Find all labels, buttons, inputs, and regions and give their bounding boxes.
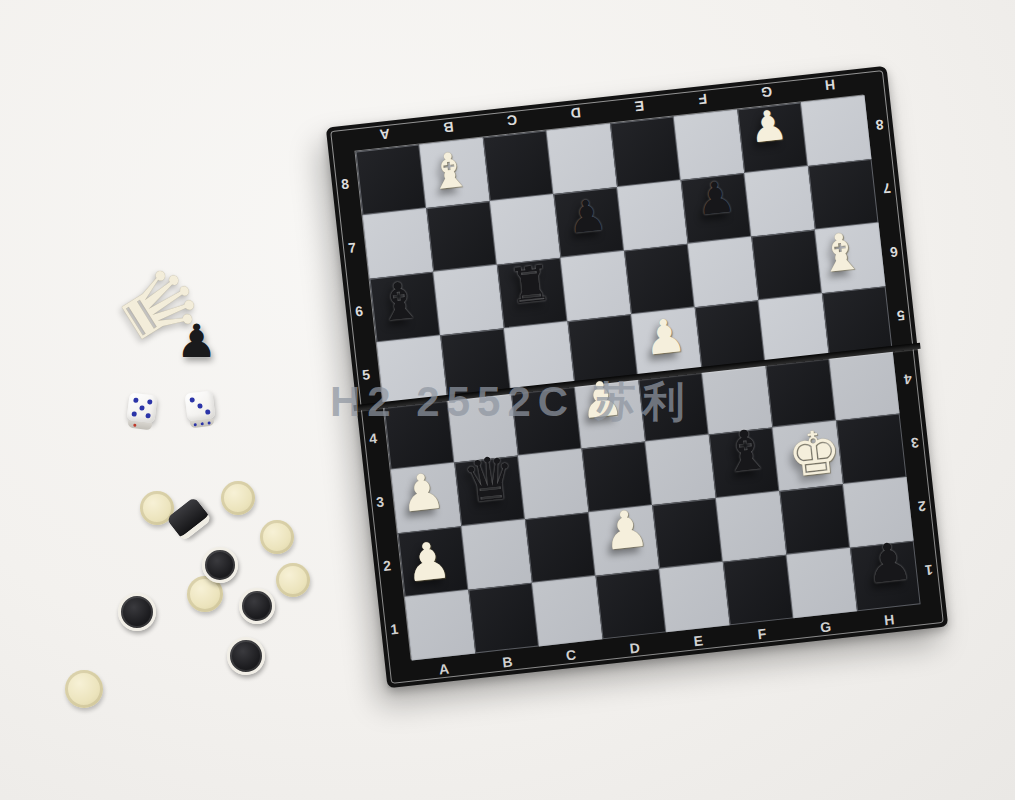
square-c8[interactable] — [483, 130, 554, 201]
square-h8[interactable] — [801, 95, 872, 166]
rank-label-right-5: 5 — [896, 308, 905, 323]
checker-cream-3 — [260, 520, 294, 554]
square-c1[interactable] — [532, 576, 603, 647]
rank-label-left-3: 3 — [376, 495, 385, 510]
piece-white-bishop-h6[interactable]: ♝ — [815, 225, 866, 281]
checker-black-3 — [239, 588, 275, 624]
square-c7[interactable] — [490, 194, 561, 265]
rank-label-right-7: 7 — [882, 181, 891, 196]
die-side-pip — [133, 423, 136, 426]
square-f1[interactable] — [723, 555, 794, 626]
file-label-top-h: H — [824, 78, 836, 93]
rank-label-right-4: 4 — [903, 372, 912, 387]
file-label-top-b: B — [443, 120, 455, 135]
die-pip — [132, 411, 138, 417]
square-c2[interactable] — [525, 512, 596, 583]
checker-cream-2 — [221, 481, 255, 515]
checker-black-1 — [202, 547, 238, 583]
file-label-top-c: C — [506, 113, 518, 128]
die-2-showing-3 — [184, 390, 215, 421]
square-f2[interactable] — [716, 491, 787, 562]
rank-label-left-7: 7 — [347, 240, 356, 255]
offboard-black-pawn: ♟ — [176, 318, 217, 364]
die-pip — [190, 397, 196, 403]
square-b6[interactable] — [433, 265, 504, 336]
rank-label-left-2: 2 — [383, 558, 392, 573]
file-label-bottom-f: F — [757, 626, 767, 641]
rank-label-left-1: 1 — [390, 622, 399, 637]
square-b1[interactable] — [468, 583, 539, 654]
die-pip — [205, 409, 211, 415]
square-a1[interactable] — [405, 590, 476, 661]
piece-white-pawn-a2[interactable]: ♟ — [403, 534, 454, 590]
die-side-face — [128, 420, 153, 430]
piece-black-bishop-f3[interactable]: ♝ — [718, 422, 774, 483]
file-label-bottom-b: B — [502, 654, 514, 669]
square-g1[interactable] — [786, 548, 857, 619]
square-d8[interactable] — [546, 123, 617, 194]
checker-black-2 — [118, 593, 156, 631]
square-h3[interactable] — [836, 413, 907, 484]
piece-white-pawn-a3[interactable]: ♟ — [398, 465, 448, 519]
rank-label-right-2: 2 — [917, 499, 926, 514]
piece-black-pawn-f7[interactable]: ♟ — [694, 175, 738, 223]
square-e1[interactable] — [659, 562, 730, 633]
square-e2[interactable] — [652, 498, 723, 569]
file-label-top-e: E — [634, 99, 645, 114]
file-label-top-g: G — [760, 85, 772, 100]
square-c3[interactable] — [518, 449, 589, 520]
watermark-text: H2 2552C 苏利 — [330, 374, 692, 430]
square-g4[interactable] — [765, 357, 836, 428]
file-label-bottom-c: C — [565, 647, 577, 662]
file-label-top-f: F — [698, 92, 708, 107]
die-side-pip — [193, 423, 196, 426]
square-e7[interactable] — [617, 180, 688, 251]
piece-white-pawn-g8[interactable]: ♟ — [747, 104, 789, 150]
file-label-bottom-e: E — [693, 633, 704, 648]
piece-white-pawn-d2[interactable]: ♟ — [600, 502, 651, 558]
square-g6[interactable] — [751, 230, 822, 301]
square-a7[interactable] — [363, 208, 434, 279]
rank-label-left-6: 6 — [354, 304, 363, 319]
square-g7[interactable] — [744, 166, 815, 237]
die-pip — [147, 399, 153, 405]
square-b7[interactable] — [426, 201, 497, 272]
piece-white-pawn-e5[interactable]: ♟ — [642, 312, 689, 363]
square-g2[interactable] — [779, 484, 850, 555]
file-label-top-a: A — [379, 127, 391, 142]
checker-black-4 — [227, 637, 265, 675]
square-d1[interactable] — [596, 569, 667, 640]
checker-cream-6 — [65, 670, 103, 708]
file-label-bottom-g: G — [819, 619, 831, 634]
square-d6[interactable] — [560, 251, 631, 322]
piece-black-pawn-h1[interactable]: ♟ — [863, 535, 916, 592]
file-label-top-d: D — [570, 106, 582, 121]
square-e6[interactable] — [624, 244, 695, 315]
square-h4[interactable] — [829, 350, 900, 421]
die-side-pip — [200, 422, 203, 425]
square-h7[interactable] — [808, 159, 879, 230]
piece-white-king-g3[interactable]: ♚ — [785, 422, 845, 487]
square-b2[interactable] — [461, 519, 532, 590]
square-e8[interactable] — [610, 116, 681, 187]
die-side-face — [190, 418, 215, 428]
die-pip — [133, 398, 139, 404]
piece-white-bishop-b8[interactable]: ♝ — [425, 145, 473, 197]
piece-black-queen-b3[interactable]: ♛ — [460, 447, 520, 512]
file-label-bottom-d: D — [629, 640, 641, 655]
die-1-showing-5 — [126, 392, 157, 423]
die-pip — [139, 405, 145, 411]
die-side-pip — [208, 421, 211, 424]
piece-black-rook-c6[interactable]: ♜ — [506, 258, 555, 312]
checker-cream-5 — [276, 563, 310, 597]
rank-label-left-4: 4 — [368, 431, 377, 446]
rank-label-right-8: 8 — [875, 117, 884, 132]
rank-label-right-3: 3 — [910, 436, 919, 451]
die-pip — [145, 413, 151, 419]
square-a8[interactable] — [356, 144, 427, 215]
rank-label-left-8: 8 — [340, 176, 349, 191]
square-f8[interactable] — [674, 109, 745, 180]
square-f6[interactable] — [688, 237, 759, 308]
die-pip — [197, 403, 203, 409]
square-e3[interactable] — [645, 434, 716, 505]
piece-black-pawn-d7[interactable]: ♟ — [565, 193, 609, 241]
file-label-bottom-h: H — [883, 612, 895, 627]
rank-label-right-1: 1 — [924, 563, 933, 578]
rank-label-right-6: 6 — [889, 245, 898, 260]
file-label-bottom-a: A — [438, 661, 450, 676]
piece-black-bishop-a6[interactable]: ♝ — [374, 274, 425, 330]
